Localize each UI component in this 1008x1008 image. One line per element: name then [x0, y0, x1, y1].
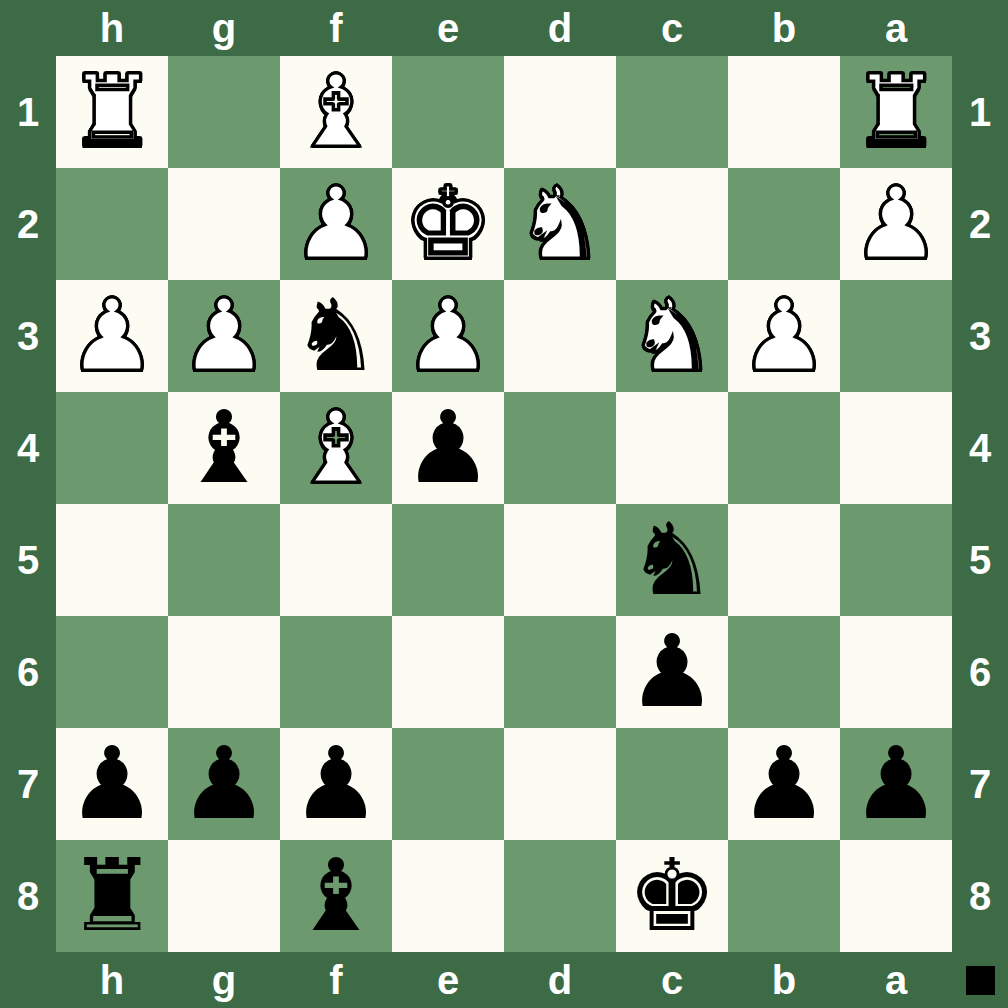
square-e4[interactable]: ♟ [392, 392, 504, 504]
square-g6[interactable] [168, 616, 280, 728]
square-d6[interactable] [504, 616, 616, 728]
square-d5[interactable] [504, 504, 616, 616]
square-a4[interactable] [840, 392, 952, 504]
black-pawn: ♟ [739, 728, 829, 840]
black-pawn: ♟ [627, 616, 717, 728]
square-f4[interactable]: ♝ [280, 392, 392, 504]
square-b6[interactable] [728, 616, 840, 728]
border-corner-bottom-left [0, 952, 56, 1008]
border-corner-bottom-right [952, 952, 1008, 1008]
border-corner-top-right [952, 0, 1008, 56]
square-e7[interactable] [392, 728, 504, 840]
file-label-g: g [168, 952, 280, 1008]
white-bishop: ♝ [291, 392, 381, 504]
rank-label-4: 4 [952, 392, 1008, 504]
white-pawn: ♟ [67, 280, 157, 392]
rank-label-5: 5 [952, 504, 1008, 616]
square-c1[interactable] [616, 56, 728, 168]
black-bishop: ♝ [179, 392, 269, 504]
black-pawn: ♟ [179, 728, 269, 840]
file-label-d: d [504, 0, 616, 56]
square-e5[interactable] [392, 504, 504, 616]
rank-label-3: 3 [952, 280, 1008, 392]
square-f2[interactable]: ♟ [280, 168, 392, 280]
file-label-d: d [504, 952, 616, 1008]
white-pawn: ♟ [739, 280, 829, 392]
black-to-move-indicator [966, 966, 995, 995]
square-e2[interactable]: ♚ [392, 168, 504, 280]
file-label-f: f [280, 0, 392, 56]
square-c8[interactable]: ♚ [616, 840, 728, 952]
rank-label-7: 7 [0, 728, 56, 840]
rank-label-2: 2 [952, 168, 1008, 280]
rank-label-3: 3 [0, 280, 56, 392]
black-king: ♚ [627, 840, 717, 952]
file-label-e: e [392, 952, 504, 1008]
square-c7[interactable] [616, 728, 728, 840]
square-a2[interactable]: ♟ [840, 168, 952, 280]
rank-label-6: 6 [952, 616, 1008, 728]
black-pawn: ♟ [67, 728, 157, 840]
white-knight: ♞ [627, 280, 717, 392]
square-c6[interactable]: ♟ [616, 616, 728, 728]
square-g3[interactable]: ♟ [168, 280, 280, 392]
white-pawn: ♟ [291, 168, 381, 280]
square-f3[interactable]: ♞ [280, 280, 392, 392]
black-knight: ♞ [627, 504, 717, 616]
white-bishop: ♝ [291, 56, 381, 168]
black-pawn: ♟ [851, 728, 941, 840]
square-h8[interactable]: ♜ [56, 840, 168, 952]
square-f1[interactable]: ♝ [280, 56, 392, 168]
square-g8[interactable] [168, 840, 280, 952]
rank-label-5: 5 [0, 504, 56, 616]
rank-label-1: 1 [952, 56, 1008, 168]
square-f8[interactable]: ♝ [280, 840, 392, 952]
square-a3[interactable] [840, 280, 952, 392]
square-f6[interactable] [280, 616, 392, 728]
square-h3[interactable]: ♟ [56, 280, 168, 392]
white-knight: ♞ [515, 168, 605, 280]
white-pawn: ♟ [179, 280, 269, 392]
square-e1[interactable] [392, 56, 504, 168]
square-b4[interactable] [728, 392, 840, 504]
square-a8[interactable] [840, 840, 952, 952]
square-g5[interactable] [168, 504, 280, 616]
white-rook: ♜ [67, 56, 157, 168]
black-pawn: ♟ [403, 392, 493, 504]
border-corner-top-left [0, 0, 56, 56]
square-g7[interactable]: ♟ [168, 728, 280, 840]
square-e3[interactable]: ♟ [392, 280, 504, 392]
square-d1[interactable] [504, 56, 616, 168]
square-d2[interactable]: ♞ [504, 168, 616, 280]
file-label-c: c [616, 952, 728, 1008]
square-h5[interactable] [56, 504, 168, 616]
chess-board-diagram: hgfedcba1♜♝♜12♟♚♞♟23♟♟♞♟♞♟34♝♝♟45♞56♟67♟… [0, 0, 1008, 1008]
square-d8[interactable] [504, 840, 616, 952]
file-label-b: b [728, 952, 840, 1008]
square-g1[interactable] [168, 56, 280, 168]
rank-label-8: 8 [0, 840, 56, 952]
square-g2[interactable] [168, 168, 280, 280]
file-label-b: b [728, 0, 840, 56]
square-a7[interactable]: ♟ [840, 728, 952, 840]
square-h4[interactable] [56, 392, 168, 504]
white-pawn: ♟ [403, 280, 493, 392]
file-label-g: g [168, 0, 280, 56]
square-b2[interactable] [728, 168, 840, 280]
rank-label-1: 1 [0, 56, 56, 168]
black-bishop: ♝ [291, 840, 381, 952]
square-h1[interactable]: ♜ [56, 56, 168, 168]
square-d7[interactable] [504, 728, 616, 840]
square-e6[interactable] [392, 616, 504, 728]
rank-label-4: 4 [0, 392, 56, 504]
square-b5[interactable] [728, 504, 840, 616]
black-pawn: ♟ [291, 728, 381, 840]
rank-label-7: 7 [952, 728, 1008, 840]
square-b8[interactable] [728, 840, 840, 952]
file-label-h: h [56, 952, 168, 1008]
file-label-e: e [392, 0, 504, 56]
rank-label-8: 8 [952, 840, 1008, 952]
rank-label-6: 6 [0, 616, 56, 728]
white-rook: ♜ [851, 56, 941, 168]
square-h7[interactable]: ♟ [56, 728, 168, 840]
square-c3[interactable]: ♞ [616, 280, 728, 392]
square-b1[interactable] [728, 56, 840, 168]
chessboard-grid: hgfedcba1♜♝♜12♟♚♞♟23♟♟♞♟♞♟34♝♝♟45♞56♟67♟… [0, 0, 1008, 1008]
black-rook: ♜ [67, 840, 157, 952]
square-a5[interactable] [840, 504, 952, 616]
file-label-a: a [840, 952, 952, 1008]
square-d3[interactable] [504, 280, 616, 392]
square-d4[interactable] [504, 392, 616, 504]
square-b3[interactable]: ♟ [728, 280, 840, 392]
square-a1[interactable]: ♜ [840, 56, 952, 168]
square-e8[interactable] [392, 840, 504, 952]
square-c4[interactable] [616, 392, 728, 504]
file-label-h: h [56, 0, 168, 56]
square-h2[interactable] [56, 168, 168, 280]
square-c2[interactable] [616, 168, 728, 280]
black-knight: ♞ [291, 280, 381, 392]
white-pawn: ♟ [851, 168, 941, 280]
square-f5[interactable] [280, 504, 392, 616]
file-label-f: f [280, 952, 392, 1008]
rank-label-2: 2 [0, 168, 56, 280]
file-label-a: a [840, 0, 952, 56]
square-a6[interactable] [840, 616, 952, 728]
white-king: ♚ [403, 168, 493, 280]
square-c5[interactable]: ♞ [616, 504, 728, 616]
square-f7[interactable]: ♟ [280, 728, 392, 840]
square-g4[interactable]: ♝ [168, 392, 280, 504]
square-h6[interactable] [56, 616, 168, 728]
square-b7[interactable]: ♟ [728, 728, 840, 840]
file-label-c: c [616, 0, 728, 56]
